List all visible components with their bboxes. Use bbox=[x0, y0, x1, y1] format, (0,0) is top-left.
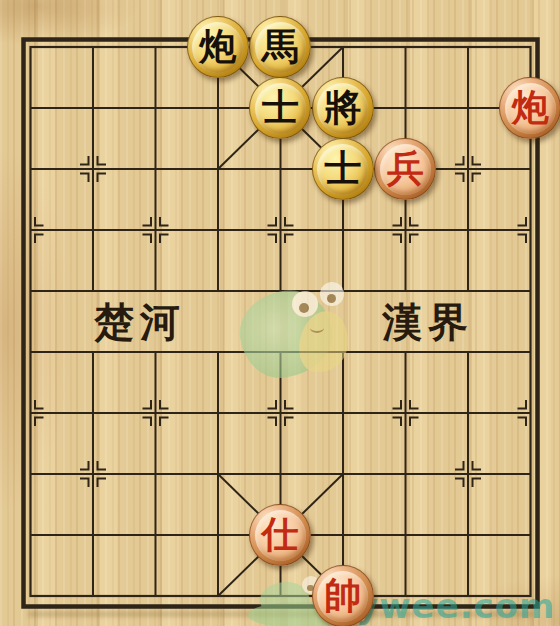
xiangqi-board[interactable]: 炮馬士將士炮兵仕帥 bbox=[0, 17, 560, 626]
piece-black-general[interactable]: 將 bbox=[312, 77, 374, 139]
piece-glyph: 馬 bbox=[262, 28, 299, 65]
piece-glyph: 將 bbox=[324, 89, 361, 126]
piece-black-cannon[interactable]: 炮 bbox=[187, 16, 249, 78]
piece-red-soldier[interactable]: 兵 bbox=[374, 138, 436, 200]
piece-glyph: 兵 bbox=[387, 150, 424, 187]
piece-glyph: 帥 bbox=[324, 577, 361, 614]
piece-glyph: 仕 bbox=[262, 516, 299, 553]
piece-black-advisor[interactable]: 士 bbox=[249, 77, 311, 139]
piece-glyph: 士 bbox=[324, 150, 361, 187]
piece-glyph: 炮 bbox=[199, 28, 236, 65]
piece-black-advisor[interactable]: 士 bbox=[312, 138, 374, 200]
piece-glyph: 士 bbox=[262, 89, 299, 126]
piece-black-horse[interactable]: 馬 bbox=[249, 16, 311, 78]
piece-red-general[interactable]: 帥 bbox=[312, 565, 374, 626]
xiangqi-app-screen: 楚河 漢界 ywee.com 炮馬士將士炮兵仕帥 bbox=[0, 0, 560, 626]
piece-red-advisor[interactable]: 仕 bbox=[249, 504, 311, 566]
piece-red-cannon[interactable]: 炮 bbox=[499, 77, 560, 139]
piece-glyph: 炮 bbox=[512, 89, 549, 126]
